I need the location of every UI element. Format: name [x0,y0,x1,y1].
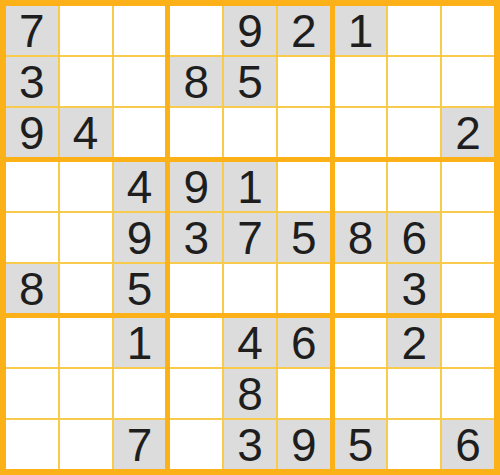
empty-cell-r2c9[interactable] [442,57,494,106]
empty-cell-r4c2[interactable] [60,162,112,211]
given-cell-r7c8: 2 [388,318,440,367]
given-cell-r5c7: 8 [335,213,387,262]
empty-cell-r8c3[interactable] [114,369,166,418]
given-cell-r5c6: 5 [278,213,330,262]
given-cell-r9c5: 3 [224,420,276,469]
empty-cell-r8c9[interactable] [442,369,494,418]
block-r1c3: 12 [335,6,494,157]
empty-cell-r5c9[interactable] [442,213,494,262]
block-r3c1: 17 [6,318,165,469]
empty-cell-r3c7[interactable] [335,108,387,157]
empty-cell-r7c4[interactable] [170,318,222,367]
given-cell-r5c4: 3 [170,213,222,262]
empty-cell-r5c2[interactable] [60,213,112,262]
given-cell-r7c5: 4 [224,318,276,367]
empty-cell-r9c4[interactable] [170,420,222,469]
empty-cell-r2c6[interactable] [278,57,330,106]
empty-cell-r3c5[interactable] [224,108,276,157]
empty-cell-r9c2[interactable] [60,420,112,469]
block-r3c2: 46839 [170,318,329,469]
given-cell-r1c6: 2 [278,6,330,55]
empty-cell-r8c7[interactable] [335,369,387,418]
sudoku-board: 73949285124985913758631746839256 [0,0,500,475]
empty-cell-r8c6[interactable] [278,369,330,418]
empty-cell-r6c5[interactable] [224,264,276,313]
empty-cell-r7c2[interactable] [60,318,112,367]
empty-cell-r6c4[interactable] [170,264,222,313]
given-cell-r3c1: 9 [6,108,58,157]
empty-cell-r1c2[interactable] [60,6,112,55]
given-cell-r5c5: 7 [224,213,276,262]
empty-cell-r1c4[interactable] [170,6,222,55]
block-r2c1: 4985 [6,162,165,313]
empty-cell-r3c8[interactable] [388,108,440,157]
given-cell-r6c3: 5 [114,264,166,313]
empty-cell-r7c7[interactable] [335,318,387,367]
empty-cell-r6c7[interactable] [335,264,387,313]
empty-cell-r1c8[interactable] [388,6,440,55]
empty-cell-r8c4[interactable] [170,369,222,418]
given-cell-r4c4: 9 [170,162,222,211]
block-r2c2: 91375 [170,162,329,313]
given-cell-r2c5: 5 [224,57,276,106]
given-cell-r3c9: 2 [442,108,494,157]
block-r1c2: 9285 [170,6,329,157]
empty-cell-r3c4[interactable] [170,108,222,157]
given-cell-r3c2: 4 [60,108,112,157]
given-cell-r7c3: 1 [114,318,166,367]
empty-cell-r5c1[interactable] [6,213,58,262]
given-cell-r9c6: 9 [278,420,330,469]
given-cell-r5c3: 9 [114,213,166,262]
empty-cell-r2c8[interactable] [388,57,440,106]
given-cell-r9c3: 7 [114,420,166,469]
given-cell-r4c3: 4 [114,162,166,211]
given-cell-r9c9: 6 [442,420,494,469]
empty-cell-r8c1[interactable] [6,369,58,418]
given-cell-r2c1: 3 [6,57,58,106]
block-r3c3: 256 [335,318,494,469]
empty-cell-r7c9[interactable] [442,318,494,367]
empty-cell-r8c2[interactable] [60,369,112,418]
given-cell-r9c7: 5 [335,420,387,469]
given-cell-r6c8: 3 [388,264,440,313]
empty-cell-r6c9[interactable] [442,264,494,313]
empty-cell-r1c9[interactable] [442,6,494,55]
empty-cell-r7c1[interactable] [6,318,58,367]
given-cell-r2c4: 8 [170,57,222,106]
empty-cell-r9c8[interactable] [388,420,440,469]
empty-cell-r4c1[interactable] [6,162,58,211]
empty-cell-r2c2[interactable] [60,57,112,106]
empty-cell-r8c8[interactable] [388,369,440,418]
given-cell-r5c8: 6 [388,213,440,262]
empty-cell-r1c3[interactable] [114,6,166,55]
empty-cell-r6c2[interactable] [60,264,112,313]
given-cell-r1c5: 9 [224,6,276,55]
given-cell-r6c1: 8 [6,264,58,313]
given-cell-r8c5: 8 [224,369,276,418]
empty-cell-r4c7[interactable] [335,162,387,211]
empty-cell-r2c3[interactable] [114,57,166,106]
empty-cell-r4c9[interactable] [442,162,494,211]
empty-cell-r4c8[interactable] [388,162,440,211]
empty-cell-r2c7[interactable] [335,57,387,106]
block-r2c3: 863 [335,162,494,313]
empty-cell-r4c6[interactable] [278,162,330,211]
given-cell-r1c7: 1 [335,6,387,55]
given-cell-r4c5: 1 [224,162,276,211]
empty-cell-r6c6[interactable] [278,264,330,313]
empty-cell-r3c3[interactable] [114,108,166,157]
empty-cell-r3c6[interactable] [278,108,330,157]
block-r1c1: 7394 [6,6,165,157]
given-cell-r1c1: 7 [6,6,58,55]
given-cell-r7c6: 6 [278,318,330,367]
empty-cell-r9c1[interactable] [6,420,58,469]
